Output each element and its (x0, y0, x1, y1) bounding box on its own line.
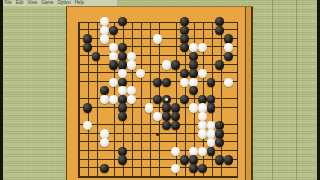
board-point[interactable] (100, 17, 109, 26)
black-stone (224, 155, 233, 164)
board-point[interactable] (224, 78, 233, 87)
board-point[interactable] (109, 61, 118, 70)
black-stone (215, 26, 224, 35)
board-point[interactable] (180, 43, 189, 52)
board-point[interactable] (215, 17, 224, 26)
board-point[interactable] (109, 26, 118, 35)
point-marker-dot (156, 133, 159, 136)
white-stone (118, 69, 127, 78)
board-point[interactable] (83, 104, 92, 113)
board-point[interactable] (118, 17, 127, 26)
black-stone (162, 78, 171, 87)
board-point[interactable] (189, 164, 198, 173)
black-stone (215, 60, 224, 69)
board-point[interactable] (153, 95, 162, 104)
board-point[interactable] (180, 78, 189, 87)
board-point[interactable] (189, 156, 198, 165)
white-stone (127, 60, 136, 69)
board-point[interactable] (100, 164, 109, 173)
board-point[interactable] (162, 112, 171, 121)
white-stone (153, 112, 162, 121)
board-point[interactable] (118, 112, 127, 121)
menu-item-game[interactable]: Game (41, 0, 53, 5)
white-stone (171, 147, 180, 156)
board-point[interactable] (100, 138, 109, 147)
white-stone (162, 60, 171, 69)
black-stone (83, 43, 92, 52)
board-point[interactable] (162, 61, 171, 70)
white-stone (198, 69, 207, 78)
white-stone (83, 121, 92, 130)
white-stone (180, 78, 189, 87)
board-point[interactable] (171, 112, 180, 121)
board-point[interactable] (153, 35, 162, 44)
board-point[interactable] (118, 61, 127, 70)
board-point[interactable] (162, 121, 171, 130)
board-point[interactable] (215, 156, 224, 165)
board-point[interactable] (109, 95, 118, 104)
left-edge-bar (0, 0, 3, 180)
black-stone (109, 60, 118, 69)
board-point[interactable] (118, 69, 127, 78)
board-point[interactable] (180, 95, 189, 104)
black-stone (215, 155, 224, 164)
menu-item-option[interactable]: Option (57, 0, 70, 5)
board-point[interactable] (136, 69, 145, 78)
board-point[interactable] (153, 112, 162, 121)
board-point[interactable] (100, 35, 109, 44)
board-point[interactable] (118, 87, 127, 96)
board-point[interactable] (109, 43, 118, 52)
white-stone (109, 95, 118, 104)
board-point[interactable] (189, 69, 198, 78)
board-point[interactable] (198, 164, 207, 173)
white-stone (100, 17, 109, 26)
board-point[interactable] (100, 87, 109, 96)
board-point[interactable] (92, 52, 101, 61)
white-stone (207, 138, 216, 147)
board-point[interactable] (127, 95, 136, 104)
board-point[interactable] (180, 17, 189, 26)
white-stone (171, 164, 180, 173)
board-point[interactable] (171, 61, 180, 70)
black-stone (189, 86, 198, 95)
menu-item-edit[interactable]: Edit (16, 0, 24, 5)
black-stone (171, 121, 180, 130)
white-stone (127, 95, 136, 104)
go-board[interactable] (66, 6, 253, 180)
white-stone (198, 147, 207, 156)
white-stone (189, 103, 198, 112)
board-point[interactable] (207, 138, 216, 147)
white-stone (224, 78, 233, 87)
board-point[interactable] (198, 43, 207, 52)
board-point[interactable] (215, 26, 224, 35)
black-stone (83, 103, 92, 112)
white-stone (198, 112, 207, 121)
black-stone (171, 60, 180, 69)
black-stone (198, 164, 207, 173)
black-stone (180, 155, 189, 164)
board-point[interactable] (198, 130, 207, 139)
black-stone (162, 112, 171, 121)
black-stone (92, 52, 101, 61)
board-point[interactable] (207, 147, 216, 156)
black-stone (207, 103, 216, 112)
board-point[interactable] (198, 147, 207, 156)
board-point[interactable] (224, 43, 233, 52)
board-point[interactable] (83, 121, 92, 130)
board-point[interactable] (153, 130, 162, 139)
black-stone (118, 155, 127, 164)
tatami-seam (272, 0, 273, 180)
board-point[interactable] (180, 69, 189, 78)
black-stone (109, 26, 118, 35)
board-point[interactable] (224, 52, 233, 61)
board-point[interactable] (145, 104, 154, 113)
board-point[interactable] (189, 43, 198, 52)
black-stone (189, 164, 198, 173)
board-point[interactable] (189, 61, 198, 70)
black-stone (153, 78, 162, 87)
board-point[interactable] (162, 78, 171, 87)
white-stone (198, 43, 207, 52)
black-stone (162, 121, 171, 130)
tatami-seam (296, 0, 297, 180)
menu-item-file[interactable]: File (5, 0, 12, 5)
board-point[interactable] (153, 78, 162, 87)
board-point[interactable] (207, 78, 216, 87)
board-point[interactable] (171, 121, 180, 130)
white-stone (100, 95, 109, 104)
white-stone (145, 103, 154, 112)
black-stone (118, 43, 127, 52)
black-stone (153, 95, 162, 104)
board-point[interactable] (198, 112, 207, 121)
black-stone (118, 17, 127, 26)
black-stone (189, 69, 198, 78)
board-point[interactable] (127, 61, 136, 70)
stones-layer (74, 17, 242, 180)
black-stone (180, 17, 189, 26)
black-stone (215, 138, 224, 147)
white-stone (189, 43, 198, 52)
board-point[interactable] (207, 104, 216, 113)
menu-bar: FileEditViewGameOptionHelp (3, 0, 117, 6)
white-stone (153, 34, 162, 43)
board-point[interactable] (189, 87, 198, 96)
black-stone (100, 164, 109, 173)
board-point[interactable] (189, 104, 198, 113)
board-point[interactable] (118, 43, 127, 52)
board-point[interactable] (127, 87, 136, 96)
board-point[interactable] (215, 138, 224, 147)
black-stone (118, 112, 127, 121)
white-stone (100, 138, 109, 147)
board-side-edge (245, 7, 253, 180)
board-point[interactable] (180, 156, 189, 165)
last-move-marker (165, 98, 168, 101)
black-stone (180, 43, 189, 52)
menu-item-help[interactable]: Help (75, 0, 84, 5)
black-stone (207, 78, 216, 87)
board-point[interactable] (198, 69, 207, 78)
black-stone (180, 95, 189, 104)
board-point[interactable] (171, 164, 180, 173)
white-stone (100, 34, 109, 43)
white-stone (224, 43, 233, 52)
menu-item-view[interactable]: View (28, 0, 38, 5)
board-point[interactable] (118, 156, 127, 165)
black-stone (224, 52, 233, 61)
black-stone (215, 17, 224, 26)
board-point[interactable] (171, 147, 180, 156)
black-stone (207, 147, 216, 156)
board-point[interactable] (224, 156, 233, 165)
board-point[interactable] (109, 78, 118, 87)
white-stone (109, 78, 118, 87)
board-point[interactable] (215, 61, 224, 70)
board-point[interactable] (100, 95, 109, 104)
black-stone (180, 69, 189, 78)
white-stone (136, 69, 145, 78)
white-stone (109, 43, 118, 52)
white-stone (198, 129, 207, 138)
black-stone (171, 112, 180, 121)
board-point[interactable] (83, 43, 92, 52)
